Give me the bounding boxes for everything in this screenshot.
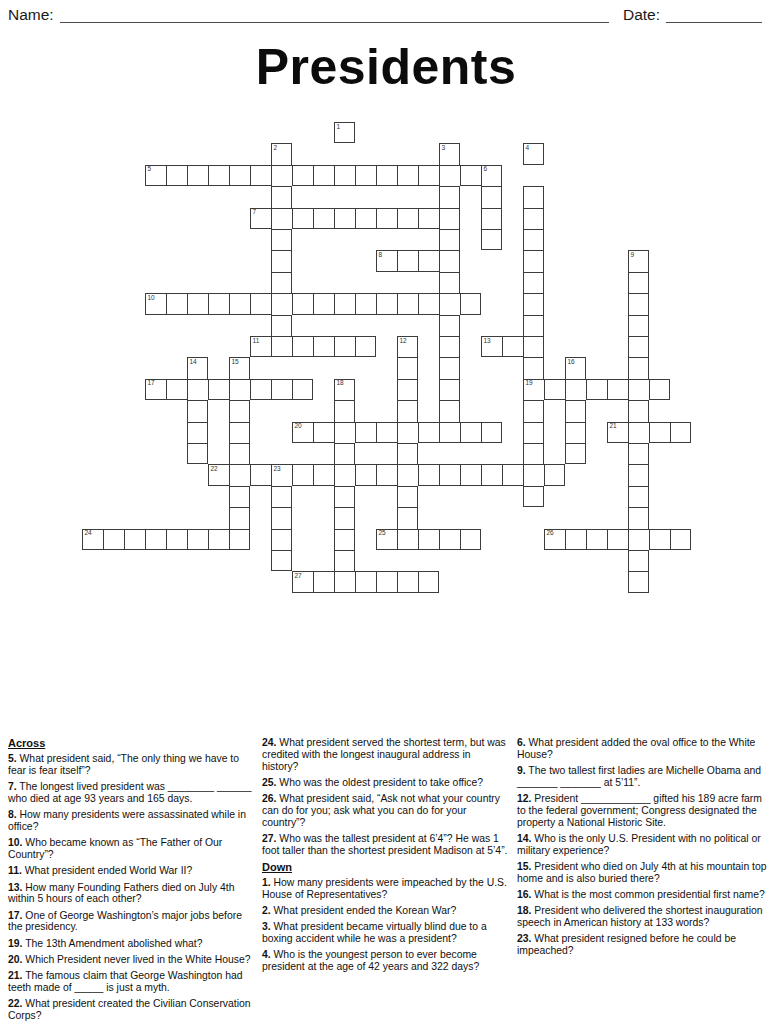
clue-across-22: 22. What president created the Civilian … xyxy=(8,998,254,1022)
grid-cell[interactable] xyxy=(334,571,355,592)
grid-cell[interactable] xyxy=(607,379,628,400)
grid-cell[interactable] xyxy=(565,400,586,421)
grid-cell[interactable] xyxy=(334,336,355,357)
grid-cell[interactable] xyxy=(586,379,607,400)
clue-down-2: 2. What president ended the Korean War? xyxy=(262,905,508,917)
grid-cell[interactable] xyxy=(439,464,460,485)
grid-cell[interactable] xyxy=(481,186,502,207)
clue-across-17: 17. One of George Washington’s major job… xyxy=(8,910,254,934)
grid-cell[interactable] xyxy=(271,293,292,314)
grid-cell[interactable]: 21 xyxy=(607,422,628,443)
grid-cell[interactable] xyxy=(187,165,208,186)
grid-cell[interactable]: 4 xyxy=(523,143,544,164)
clue-number: 21 xyxy=(610,423,617,430)
clue-down-12: 12. President ____________ gifted his 18… xyxy=(517,793,767,828)
clue-number: 16 xyxy=(568,359,575,366)
grid-cell[interactable] xyxy=(187,293,208,314)
grid-cell[interactable] xyxy=(313,336,334,357)
grid-cell[interactable]: 14 xyxy=(187,357,208,378)
grid-cell[interactable] xyxy=(628,550,649,571)
grid-cell[interactable] xyxy=(124,529,145,550)
grid-cell[interactable] xyxy=(460,422,481,443)
grid-cell[interactable]: 15 xyxy=(229,357,250,378)
grid-cell[interactable] xyxy=(439,208,460,229)
grid-cell[interactable] xyxy=(628,507,649,528)
clue-number: 3 xyxy=(442,145,446,152)
grid-cell[interactable] xyxy=(397,357,418,378)
grid-cell[interactable] xyxy=(292,208,313,229)
grid-cell[interactable] xyxy=(208,165,229,186)
clue-number: 14 xyxy=(190,359,197,366)
grid-cell[interactable] xyxy=(271,229,292,250)
grid-cell[interactable] xyxy=(355,422,376,443)
grid-cell[interactable] xyxy=(523,357,544,378)
grid-cell[interactable] xyxy=(250,293,271,314)
grid-cell[interactable] xyxy=(439,400,460,421)
clue-number: 6 xyxy=(484,166,488,173)
grid-cell[interactable] xyxy=(460,529,481,550)
clue-down-14: 14. Who is the only U.S. President with … xyxy=(517,833,767,857)
clue-across-7: 7. The longest lived president was _____… xyxy=(8,781,254,805)
grid-cell[interactable] xyxy=(418,293,439,314)
grid-cell[interactable] xyxy=(523,443,544,464)
grid-cell[interactable]: 13 xyxy=(481,336,502,357)
grid-cell[interactable] xyxy=(523,315,544,336)
grid-cell[interactable]: 8 xyxy=(376,250,397,271)
clue-down-1: 1. How many presidents were impeached by… xyxy=(262,877,508,901)
grid-cell[interactable] xyxy=(439,422,460,443)
clue-number: 17 xyxy=(148,380,155,387)
grid-cell[interactable] xyxy=(334,464,355,485)
grid-cell[interactable] xyxy=(229,486,250,507)
grid-cell[interactable] xyxy=(523,229,544,250)
grid-cell[interactable] xyxy=(208,379,229,400)
grid-cell[interactable] xyxy=(334,550,355,571)
grid-cell[interactable] xyxy=(523,208,544,229)
clue-across-10: 10. Who became known as “The Father of O… xyxy=(8,837,254,861)
clue-down-4: 4. Who is the youngest person to ever be… xyxy=(262,949,508,973)
grid-cell[interactable] xyxy=(418,529,439,550)
grid-cell[interactable] xyxy=(208,293,229,314)
grid-cell[interactable] xyxy=(439,529,460,550)
date-input-line[interactable] xyxy=(666,8,762,23)
clue-across-19: 19. The 13th Amendment abolished what? xyxy=(8,938,254,950)
grid-cell[interactable] xyxy=(397,507,418,528)
grid-cell[interactable] xyxy=(229,379,250,400)
grid-cell[interactable] xyxy=(229,529,250,550)
grid-cell[interactable] xyxy=(103,529,124,550)
grid-cell[interactable] xyxy=(481,464,502,485)
grid-cell[interactable] xyxy=(334,208,355,229)
grid-cell[interactable] xyxy=(439,229,460,250)
clue-number: 4 xyxy=(526,145,530,152)
grid-cell[interactable] xyxy=(523,250,544,271)
grid-cell[interactable] xyxy=(313,293,334,314)
grid-cell[interactable] xyxy=(523,464,544,485)
grid-cell[interactable] xyxy=(355,165,376,186)
grid-cell[interactable] xyxy=(418,464,439,485)
grid-cell[interactable] xyxy=(439,250,460,271)
grid-cell[interactable] xyxy=(397,422,418,443)
grid-cell[interactable] xyxy=(418,208,439,229)
worksheet-header: Name: Date: xyxy=(8,6,762,24)
grid-cell[interactable] xyxy=(313,464,334,485)
grid-cell[interactable]: 1 xyxy=(334,122,355,143)
grid-cell[interactable] xyxy=(334,443,355,464)
grid-cell[interactable]: 10 xyxy=(145,293,166,314)
grid-cell[interactable] xyxy=(544,464,565,485)
grid-cell[interactable] xyxy=(670,529,691,550)
clue-down-23: 23. What president resigned before he co… xyxy=(517,933,767,957)
grid-cell[interactable] xyxy=(376,208,397,229)
grid-cell[interactable] xyxy=(628,293,649,314)
clues-column-1: Across5. What president said, “The only … xyxy=(8,737,254,1024)
clue-number: 1 xyxy=(337,124,341,131)
grid-cell[interactable] xyxy=(565,422,586,443)
clue-number: 26 xyxy=(547,530,554,537)
grid-cell[interactable]: 3 xyxy=(439,143,460,164)
grid-cell[interactable] xyxy=(250,379,271,400)
grid-cell[interactable] xyxy=(628,529,649,550)
grid-cell[interactable] xyxy=(397,208,418,229)
date-label: Date: xyxy=(623,6,660,24)
grid-cell[interactable]: 5 xyxy=(145,165,166,186)
grid-cell[interactable] xyxy=(439,357,460,378)
grid-cell[interactable] xyxy=(397,379,418,400)
grid-cell[interactable] xyxy=(271,336,292,357)
grid-cell[interactable] xyxy=(166,529,187,550)
clue-across-20: 20. Which President never lived in the W… xyxy=(8,954,254,966)
name-input-line[interactable] xyxy=(60,8,609,23)
clues-column-2: 24. What president served the shortest t… xyxy=(262,737,508,977)
grid-cell[interactable] xyxy=(523,186,544,207)
grid-cell[interactable] xyxy=(166,379,187,400)
grid-cell[interactable] xyxy=(292,293,313,314)
grid-cell[interactable] xyxy=(607,529,628,550)
grid-cell[interactable] xyxy=(397,250,418,271)
grid-cell[interactable] xyxy=(187,379,208,400)
crossword-grid: 1234567891011121314151617181920212223242… xyxy=(82,122,692,593)
grid-cell[interactable] xyxy=(397,400,418,421)
grid-cell[interactable] xyxy=(376,422,397,443)
grid-cell[interactable] xyxy=(502,336,523,357)
grid-cell[interactable] xyxy=(271,379,292,400)
clue-number: 25 xyxy=(379,530,386,537)
clue-number: 12 xyxy=(400,338,407,345)
grid-cell[interactable] xyxy=(439,165,460,186)
grid-cell[interactable] xyxy=(229,443,250,464)
grid-cell[interactable]: 11 xyxy=(250,336,271,357)
clue-across-25: 25. Who was the oldest president to take… xyxy=(262,777,508,789)
clue-number: 10 xyxy=(148,295,155,302)
grid-cell[interactable] xyxy=(376,165,397,186)
clue-across-27: 27. Who was the tallest president at 6’4… xyxy=(262,833,508,857)
grid-cell[interactable] xyxy=(439,293,460,314)
clue-down-16: 16. What is the most common presidential… xyxy=(517,889,767,901)
grid-cell[interactable] xyxy=(397,293,418,314)
grid-cell[interactable] xyxy=(376,293,397,314)
clue-across-21: 21. The famous claim that George Washing… xyxy=(8,970,254,994)
grid-cell[interactable] xyxy=(649,379,670,400)
grid-cell[interactable]: 24 xyxy=(82,529,103,550)
clue-number: 13 xyxy=(484,338,491,345)
clue-number: 18 xyxy=(337,380,344,387)
grid-cell[interactable] xyxy=(229,507,250,528)
grid-cell[interactable] xyxy=(334,529,355,550)
grid-cell[interactable] xyxy=(523,400,544,421)
grid-cell[interactable] xyxy=(523,272,544,293)
grid-cell[interactable] xyxy=(565,443,586,464)
clue-down-15: 15. President who died on July 4th at hi… xyxy=(517,861,767,885)
grid-cell[interactable] xyxy=(334,422,355,443)
grid-cell[interactable] xyxy=(418,571,439,592)
grid-cell[interactable] xyxy=(649,529,670,550)
grid-cell[interactable] xyxy=(271,165,292,186)
clue-down-6: 6. What president added the oval office … xyxy=(517,737,767,761)
grid-cell[interactable]: 26 xyxy=(544,529,565,550)
grid-cell[interactable] xyxy=(565,529,586,550)
clue-number: 27 xyxy=(295,573,302,580)
grid-cell[interactable] xyxy=(628,336,649,357)
grid-cell[interactable] xyxy=(292,165,313,186)
grid-cell[interactable] xyxy=(292,464,313,485)
grid-cell[interactable] xyxy=(187,400,208,421)
worksheet-page: Name: Date: Presidents 12345678910111213… xyxy=(0,0,772,1024)
grid-cell[interactable] xyxy=(313,208,334,229)
clues-column-3: 6. What president added the oval office … xyxy=(517,737,767,961)
clue-number: 2 xyxy=(274,145,278,152)
grid-cell[interactable] xyxy=(439,186,460,207)
grid-cell[interactable] xyxy=(355,208,376,229)
grid-cell[interactable] xyxy=(271,529,292,550)
grid-cell[interactable] xyxy=(628,315,649,336)
clue-number: 11 xyxy=(253,338,260,345)
grid-cell[interactable] xyxy=(523,422,544,443)
grid-cell[interactable]: 17 xyxy=(145,379,166,400)
grid-cell[interactable] xyxy=(628,357,649,378)
grid-cell[interactable] xyxy=(229,400,250,421)
clue-across-13: 13. How many Founding Fathers died on Ju… xyxy=(8,882,254,906)
grid-cell[interactable] xyxy=(271,486,292,507)
grid-cell[interactable] xyxy=(418,165,439,186)
grid-cell[interactable] xyxy=(397,486,418,507)
grid-cell[interactable] xyxy=(418,422,439,443)
clue-number: 19 xyxy=(526,380,533,387)
grid-cell[interactable]: 7 xyxy=(250,208,271,229)
clue-across-8: 8. How many presidents were assassinated… xyxy=(8,809,254,833)
grid-cell[interactable] xyxy=(145,529,166,550)
clue-across-24: 24. What president served the shortest t… xyxy=(262,737,508,772)
grid-cell[interactable] xyxy=(187,422,208,443)
grid-cell[interactable] xyxy=(187,443,208,464)
clue-number: 7 xyxy=(253,209,257,216)
grid-cell[interactable] xyxy=(628,400,649,421)
grid-cell[interactable]: 20 xyxy=(292,422,313,443)
grid-cell[interactable] xyxy=(376,571,397,592)
grid-cell[interactable] xyxy=(334,165,355,186)
grid-cell[interactable] xyxy=(334,400,355,421)
grid-cell[interactable] xyxy=(565,379,586,400)
grid-cell[interactable] xyxy=(229,464,250,485)
grid-cell[interactable]: 22 xyxy=(208,464,229,485)
grid-cell[interactable] xyxy=(397,571,418,592)
grid-cell[interactable] xyxy=(355,571,376,592)
grid-cell[interactable] xyxy=(250,165,271,186)
grid-cell[interactable] xyxy=(271,186,292,207)
grid-cell[interactable] xyxy=(229,422,250,443)
clue-number: 20 xyxy=(295,423,302,430)
grid-cell[interactable] xyxy=(355,464,376,485)
grid-cell[interactable] xyxy=(460,165,481,186)
grid-cell[interactable] xyxy=(397,165,418,186)
grid-cell[interactable]: 19 xyxy=(523,379,544,400)
grid-cell[interactable] xyxy=(481,229,502,250)
grid-cell[interactable]: 25 xyxy=(376,529,397,550)
clue-across-5: 5. What president said, “The only thing … xyxy=(8,753,254,777)
grid-cell[interactable] xyxy=(292,379,313,400)
grid-cell[interactable] xyxy=(292,336,313,357)
grid-cell[interactable] xyxy=(334,507,355,528)
grid-cell[interactable] xyxy=(334,293,355,314)
grid-cell[interactable] xyxy=(628,443,649,464)
grid-cell[interactable]: 12 xyxy=(397,336,418,357)
grid-cell[interactable] xyxy=(313,571,334,592)
grid-cell[interactable] xyxy=(418,250,439,271)
grid-cell[interactable]: 23 xyxy=(271,464,292,485)
grid-cell[interactable] xyxy=(208,529,229,550)
grid-cell[interactable] xyxy=(523,486,544,507)
grid-cell[interactable] xyxy=(355,293,376,314)
grid-cell[interactable] xyxy=(523,336,544,357)
grid-cell[interactable] xyxy=(313,422,334,443)
grid-cell[interactable] xyxy=(460,464,481,485)
grid-cell[interactable] xyxy=(187,529,208,550)
grid-cell[interactable]: 16 xyxy=(565,357,586,378)
grid-cell[interactable] xyxy=(439,315,460,336)
grid-cell[interactable]: 27 xyxy=(292,571,313,592)
clue-down-3: 3. What president became virtually blind… xyxy=(262,921,508,945)
grid-cell[interactable] xyxy=(544,379,565,400)
clue-number: 8 xyxy=(379,252,383,259)
grid-cell[interactable] xyxy=(439,336,460,357)
grid-cell[interactable] xyxy=(271,315,292,336)
down-header: Down xyxy=(262,861,508,873)
grid-cell[interactable] xyxy=(313,165,334,186)
across-header: Across xyxy=(8,737,254,749)
grid-cell[interactable] xyxy=(334,486,355,507)
grid-cell[interactable] xyxy=(271,208,292,229)
grid-cell[interactable] xyxy=(397,443,418,464)
grid-cell[interactable] xyxy=(586,529,607,550)
grid-cell[interactable] xyxy=(439,379,460,400)
grid-cell[interactable] xyxy=(376,464,397,485)
grid-cell[interactable] xyxy=(397,529,418,550)
puzzle-title: Presidents xyxy=(0,38,772,96)
grid-cell[interactable] xyxy=(271,550,292,571)
grid-cell[interactable] xyxy=(271,250,292,271)
grid-cell[interactable] xyxy=(166,293,187,314)
grid-cell[interactable] xyxy=(271,507,292,528)
grid-cell[interactable] xyxy=(628,379,649,400)
grid-cell[interactable] xyxy=(628,464,649,485)
clue-down-18: 18. President who delivered the shortest… xyxy=(517,905,767,929)
clue-number: 24 xyxy=(85,530,92,537)
grid-cell[interactable] xyxy=(271,272,292,293)
grid-cell[interactable]: 9 xyxy=(628,250,649,271)
grid-cell[interactable]: 2 xyxy=(271,143,292,164)
clue-across-11: 11. What president ended World War II? xyxy=(8,865,254,877)
grid-cell[interactable] xyxy=(166,165,187,186)
grid-cell[interactable] xyxy=(502,464,523,485)
grid-cell[interactable] xyxy=(670,422,691,443)
grid-cell[interactable] xyxy=(355,336,376,357)
grid-cell[interactable] xyxy=(481,422,502,443)
grid-cell[interactable] xyxy=(229,293,250,314)
clue-number: 23 xyxy=(274,466,281,473)
grid-cell[interactable] xyxy=(628,272,649,293)
clue-down-9: 9. The two tallest first ladies are Mich… xyxy=(517,765,767,789)
grid-cell[interactable] xyxy=(523,293,544,314)
grid-cell[interactable] xyxy=(481,208,502,229)
grid-cell[interactable] xyxy=(628,422,649,443)
clue-across-26: 26. What president said, “Ask not what y… xyxy=(262,793,508,828)
grid-cell[interactable] xyxy=(229,165,250,186)
name-label: Name: xyxy=(8,6,54,24)
grid-cell[interactable] xyxy=(460,293,481,314)
clue-number: 5 xyxy=(148,166,152,173)
grid-cell[interactable] xyxy=(628,571,649,592)
grid-cell[interactable]: 6 xyxy=(481,165,502,186)
grid-cell[interactable]: 18 xyxy=(334,379,355,400)
grid-cell[interactable] xyxy=(439,272,460,293)
clue-number: 9 xyxy=(631,252,635,259)
grid-cell[interactable] xyxy=(250,464,271,485)
clue-number: 22 xyxy=(211,466,218,473)
grid-cell[interactable] xyxy=(649,422,670,443)
grid-cell[interactable] xyxy=(628,486,649,507)
clue-number: 15 xyxy=(232,359,239,366)
grid-cell[interactable] xyxy=(397,464,418,485)
